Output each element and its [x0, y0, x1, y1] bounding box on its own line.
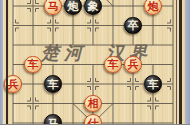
- piece-glyph: 炮: [68, 1, 79, 12]
- piece-glyph: 兵: [128, 59, 139, 70]
- board-border-right: [179, 0, 182, 124]
- piece-red-uncertain-cut-off[interactable]: 仕: [84, 114, 102, 124]
- piece-red-chariot[interactable]: 车: [24, 56, 42, 74]
- piece-glyph: 相: [88, 98, 99, 109]
- piece-black-chariot[interactable]: 车: [144, 75, 162, 93]
- window-gutter-right: [185, 0, 190, 124]
- piece-glyph: 炮: [148, 1, 159, 12]
- piece-red-horse[interactable]: 马: [44, 0, 62, 15]
- piece-red-elephant[interactable]: 相: [84, 95, 102, 113]
- piece-black-cannon[interactable]: 炮: [64, 0, 82, 15]
- piece-glyph: 卒: [128, 20, 139, 31]
- piece-black-soldier[interactable]: 卒: [124, 17, 142, 35]
- piece-red-soldier[interactable]: 兵: [124, 56, 142, 74]
- piece-glyph: 象: [88, 1, 99, 12]
- piece-glyph: 车: [108, 59, 119, 70]
- piece-red-chariot[interactable]: 车: [104, 56, 122, 74]
- piece-glyph: 马: [48, 118, 59, 125]
- piece-black-chariot[interactable]: 车: [44, 75, 62, 93]
- window-gutter-left: [0, 0, 3, 124]
- piece-black-uncertain-cut-off[interactable]: 马: [44, 114, 62, 124]
- board-border-left: [6, 0, 9, 124]
- piece-glyph: 兵: [8, 79, 19, 90]
- piece-glyph: 车: [48, 79, 59, 90]
- board-inner-line-right: [176, 0, 177, 124]
- piece-red-cannon[interactable]: 炮: [144, 0, 162, 15]
- piece-black-elephant[interactable]: 象: [84, 0, 102, 15]
- xiangqi-app-screen: 楚河 汉界 马炮象炮卒车车兵兵车车相马仕: [0, 0, 190, 124]
- piece-glyph: 车: [148, 79, 159, 90]
- piece-glyph: 车: [28, 59, 39, 70]
- board-grid: 马炮象炮卒车车兵兵车车相马仕: [3, 0, 183, 124]
- piece-glyph: 仕: [88, 118, 99, 125]
- piece-glyph: 马: [48, 1, 59, 12]
